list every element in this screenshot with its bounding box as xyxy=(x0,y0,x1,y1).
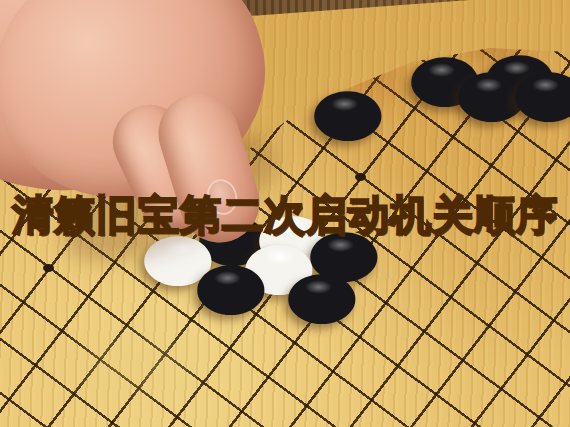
wood-highlight xyxy=(40,320,230,410)
black-stone-glyph: ● xyxy=(310,78,387,143)
black-stone-glyph: ● xyxy=(193,252,270,317)
caption-text: 清籁旧宝第二次启动机关顺序 xyxy=(0,188,570,243)
black-stone: ● xyxy=(290,273,354,321)
black-stone: ● xyxy=(199,264,263,312)
black-stone: ● xyxy=(316,90,380,138)
star-point xyxy=(355,173,366,181)
star-point xyxy=(43,264,54,272)
black-stone-glyph: ● xyxy=(511,59,570,124)
black-stone: ● xyxy=(517,71,570,119)
black-stone-glyph: ● xyxy=(284,261,361,326)
go-board-photo: ● ● ● ● ● ● ● ● ● ● ● ● 清籁旧宝第二次启动机关顺序 xyxy=(0,0,570,427)
